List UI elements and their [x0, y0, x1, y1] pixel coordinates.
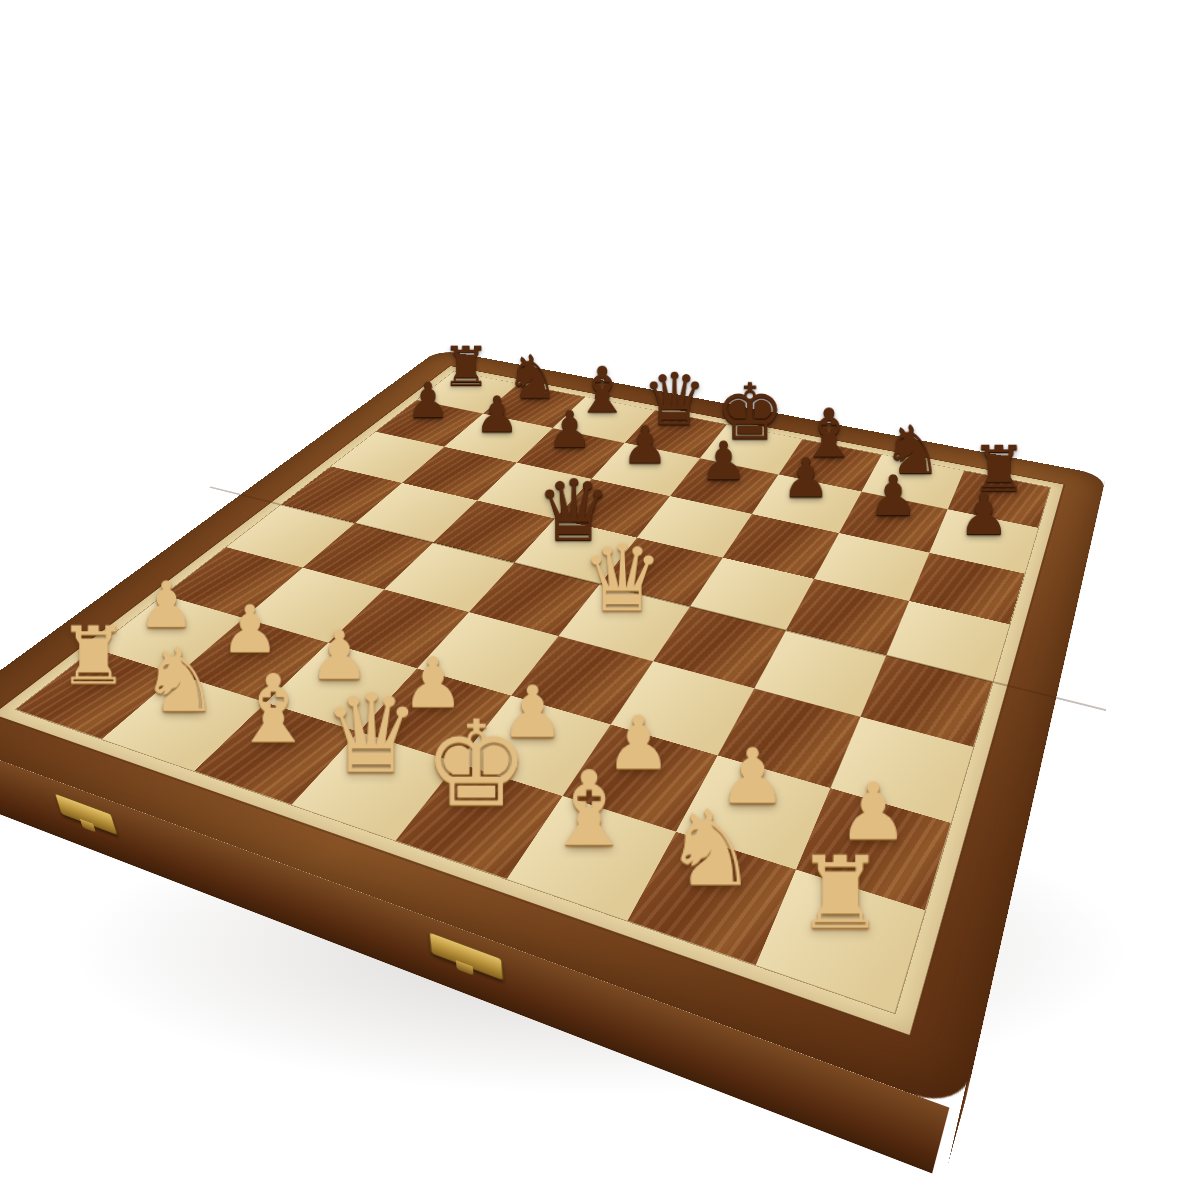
square-g7[interactable]: ♟	[839, 492, 948, 553]
brass-latch-icon	[54, 793, 118, 836]
piece-black-pawn-d7[interactable]: ♟	[621, 419, 668, 471]
product-photo-scene: ♜♞♝♛♚♝♞♜♟♟♟♟♟♟♟♟♛♛♟♟♟♟♟♟♟♟♜♞♝♛♚♝♞♜	[0, 0, 1200, 1199]
piece-black-pawn-f7[interactable]: ♟	[782, 451, 831, 505]
piece-white-knight-b1[interactable]: ♞	[141, 636, 221, 725]
brass-latch-icon	[429, 932, 504, 981]
piece-white-queen-d1[interactable]: ♛	[322, 679, 420, 788]
piece-black-pawn-a7[interactable]: ♟	[406, 376, 450, 425]
piece-white-bishop-f1[interactable]: ♝	[543, 757, 636, 861]
piece-black-pawn-g7[interactable]: ♟	[868, 468, 918, 524]
piece-white-rook-h1[interactable]: ♜	[795, 843, 884, 943]
piece-black-pawn-b7[interactable]: ♟	[475, 390, 520, 440]
piece-white-pawn-b2[interactable]: ♟	[221, 596, 280, 662]
piece-black-pawn-e7[interactable]: ♟	[700, 434, 748, 487]
piece-white-bishop-c1[interactable]: ♝	[231, 662, 315, 756]
piece-white-pawn-a2[interactable]: ♟	[138, 572, 195, 636]
piece-white-knight-g1[interactable]: ♞	[663, 796, 757, 901]
piece-white-queen-e4[interactable]: ♛	[581, 533, 664, 625]
piece-black-pawn-h7[interactable]: ♟	[958, 486, 1009, 543]
piece-white-king-e1[interactable]: ♚	[424, 706, 530, 824]
piece-white-rook-a1[interactable]: ♜	[58, 616, 129, 695]
square-h4[interactable]	[860, 655, 992, 747]
piece-black-pawn-c7[interactable]: ♟	[547, 404, 593, 455]
